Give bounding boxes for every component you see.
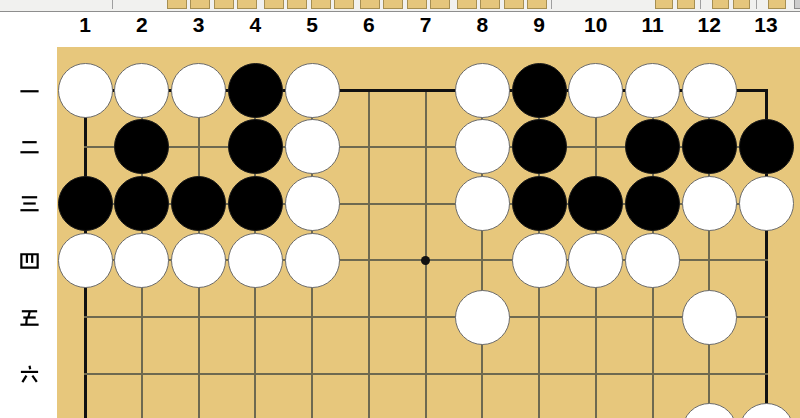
go-stone-black[interactable] — [512, 63, 567, 118]
toolbar-icon-stub[interactable] — [334, 0, 354, 9]
toolbar-icon-stub[interactable] — [480, 0, 500, 9]
toolbar-icon-stub[interactable] — [214, 0, 234, 9]
go-stone-white[interactable] — [455, 119, 510, 174]
row-label — [17, 135, 41, 159]
toolbar-icon-stub[interactable] — [190, 0, 210, 9]
go-stone-black[interactable] — [228, 176, 283, 231]
go-stone-white[interactable] — [568, 63, 623, 118]
go-stone-white[interactable] — [625, 63, 680, 118]
toolbar-icon-stub[interactable] — [768, 0, 786, 9]
grid-line — [425, 89, 427, 418]
go-stone-white[interactable] — [58, 233, 113, 288]
column-label: 13 — [754, 13, 777, 37]
toolbar-icon-stub[interactable] — [527, 0, 547, 9]
toolbar-icon-stub[interactable] — [457, 0, 477, 9]
column-label: 11 — [641, 13, 663, 37]
column-label: 10 — [584, 13, 607, 37]
go-stone-black[interactable] — [512, 176, 567, 231]
toolbar-icon-stub[interactable] — [264, 0, 284, 9]
go-stone-white[interactable] — [171, 233, 226, 288]
toolbar-icon-stub[interactable] — [167, 0, 187, 9]
toolbar-icon-stub[interactable] — [655, 0, 673, 9]
row-label — [17, 248, 41, 272]
row-label — [17, 192, 41, 216]
go-stone-black[interactable] — [739, 119, 794, 174]
go-stone-white[interactable] — [625, 233, 680, 288]
go-stone-black[interactable] — [625, 119, 680, 174]
row-label — [17, 305, 41, 329]
toolbar-icon-stub[interactable] — [360, 0, 380, 9]
go-stone-white[interactable] — [682, 63, 737, 118]
toolbar-icon-stub[interactable] — [712, 0, 729, 9]
toolbar-icon-stub[interactable] — [237, 0, 257, 9]
column-label: 3 — [193, 13, 205, 37]
go-stone-white[interactable] — [58, 63, 113, 118]
column-label: 8 — [476, 13, 488, 37]
go-stone-white[interactable] — [455, 63, 510, 118]
toolbar-separator — [551, 0, 552, 9]
go-stone-white[interactable] — [285, 176, 340, 231]
go-stone-white[interactable] — [285, 233, 340, 288]
toolbar-icon-stub[interactable] — [383, 0, 403, 9]
go-stone-white[interactable] — [228, 233, 283, 288]
go-stone-white[interactable] — [285, 119, 340, 174]
go-stone-white[interactable] — [739, 403, 794, 418]
go-stone-white[interactable] — [114, 63, 169, 118]
toolbar-icon-stub[interactable] — [677, 0, 695, 9]
go-stone-white[interactable] — [512, 233, 567, 288]
go-stone-white[interactable] — [682, 176, 737, 231]
go-stone-white[interactable] — [455, 290, 510, 345]
toolbar-separator — [756, 0, 757, 9]
column-label: 12 — [698, 13, 721, 37]
toolbar-icon-stub[interactable] — [733, 0, 750, 9]
column-label: 4 — [249, 13, 261, 37]
go-stone-black[interactable] — [171, 176, 226, 231]
go-stone-white[interactable] — [114, 233, 169, 288]
toolbar[interactable] — [0, 0, 800, 12]
go-stone-white[interactable] — [455, 176, 510, 231]
grid-line — [84, 373, 768, 375]
go-board[interactable] — [57, 47, 800, 418]
toolbar-separator — [700, 0, 701, 9]
go-stone-black[interactable] — [114, 176, 169, 231]
toolbar-icon-stub[interactable] — [287, 0, 307, 9]
column-label: 7 — [420, 13, 432, 37]
toolbar-icon-stub[interactable] — [430, 0, 450, 9]
go-stone-white[interactable] — [285, 63, 340, 118]
go-stone-white[interactable] — [682, 290, 737, 345]
go-stone-black[interactable] — [228, 63, 283, 118]
grid-line — [368, 89, 370, 418]
go-stone-black[interactable] — [228, 119, 283, 174]
column-label: 6 — [363, 13, 375, 37]
column-label: 1 — [79, 13, 91, 37]
go-stone-white[interactable] — [739, 176, 794, 231]
go-stone-black[interactable] — [568, 176, 623, 231]
column-label: 5 — [306, 13, 318, 37]
go-stone-white[interactable] — [171, 63, 226, 118]
toolbar-icon-stub[interactable] — [794, 0, 800, 9]
go-stone-black[interactable] — [512, 119, 567, 174]
row-label — [17, 362, 41, 386]
go-stone-black[interactable] — [114, 119, 169, 174]
column-label: 9 — [533, 13, 545, 37]
go-stone-black[interactable] — [682, 119, 737, 174]
star-point — [421, 256, 430, 265]
go-stone-white[interactable] — [682, 403, 737, 418]
go-stone-white[interactable] — [568, 233, 623, 288]
column-label: 2 — [136, 13, 148, 37]
toolbar-separator — [112, 0, 113, 9]
go-stone-black[interactable] — [625, 176, 680, 231]
toolbar-icon-stub[interactable] — [504, 0, 524, 9]
row-label — [17, 78, 41, 102]
toolbar-icon-stub[interactable] — [407, 0, 427, 9]
go-stone-black[interactable] — [58, 176, 113, 231]
toolbar-icon-stub[interactable] — [311, 0, 331, 9]
grid-line — [84, 316, 768, 318]
